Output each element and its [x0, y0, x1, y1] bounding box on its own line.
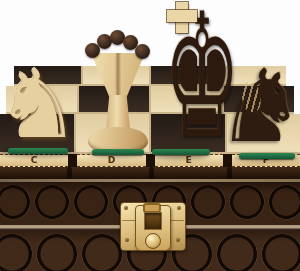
felt-base — [92, 149, 144, 155]
black-king-piece[interactable]: ♚ — [146, 0, 216, 157]
felt-base — [152, 149, 210, 155]
queen-crown-crease — [91, 53, 145, 97]
clasp-screw — [176, 238, 180, 242]
felt-base — [239, 153, 295, 159]
king-cross — [167, 10, 197, 22]
white-knight-piece[interactable]: ♞ — [0, 57, 84, 155]
edge-groove — [67, 167, 72, 179]
clasp-screw — [124, 206, 128, 210]
white-queen-piece[interactable] — [84, 33, 152, 155]
black-knight-piece[interactable]: ♞ — [228, 56, 300, 159]
chess-set-photo: C D E F ♞ — [0, 0, 300, 271]
clasp-knob — [145, 233, 161, 249]
queen-crown — [91, 53, 145, 97]
clasp-slot — [144, 212, 162, 230]
clasp-screw — [125, 238, 129, 242]
white-knight-glyph: ♞ — [0, 57, 84, 152]
felt-base — [8, 148, 68, 154]
clasp-screw — [177, 206, 181, 210]
brass-clasp — [120, 202, 186, 251]
black-knight-glyph: ♞ — [228, 56, 300, 157]
edge-groove — [149, 167, 154, 179]
queen-stem — [106, 95, 130, 129]
